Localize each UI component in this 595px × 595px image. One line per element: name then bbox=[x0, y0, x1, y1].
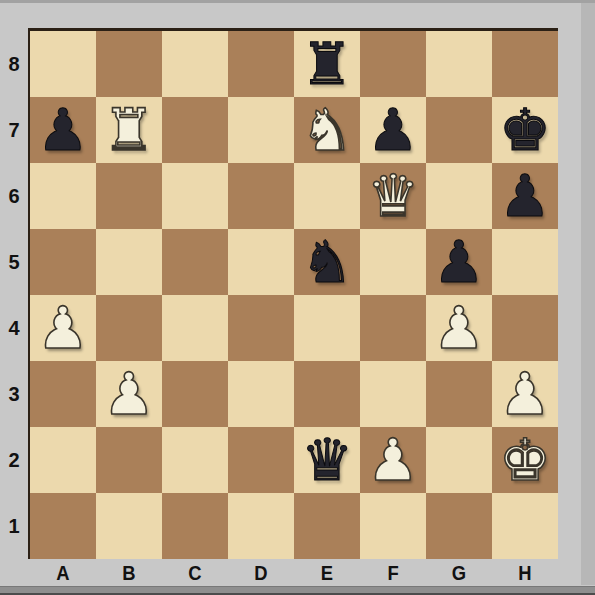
file-label-h: H bbox=[495, 558, 556, 588]
rank-label-7: 7 bbox=[0, 97, 28, 163]
rank-label-5: 5 bbox=[0, 229, 28, 295]
square-h5[interactable] bbox=[492, 229, 558, 295]
square-a6[interactable] bbox=[30, 163, 96, 229]
square-g6[interactable] bbox=[426, 163, 492, 229]
square-d3[interactable] bbox=[228, 361, 294, 427]
white-pawn[interactable]: ♟ bbox=[499, 361, 551, 427]
square-c8[interactable] bbox=[162, 31, 228, 97]
frame-top-edge bbox=[0, 0, 595, 3]
rank-label-2: 2 bbox=[0, 427, 28, 493]
file-label-e: E bbox=[297, 558, 358, 588]
file-label-d: D bbox=[231, 558, 292, 588]
square-g8[interactable] bbox=[426, 31, 492, 97]
square-e6[interactable] bbox=[294, 163, 360, 229]
file-label-g: G bbox=[429, 558, 490, 588]
square-c1[interactable] bbox=[162, 493, 228, 559]
square-d2[interactable] bbox=[228, 427, 294, 493]
white-pawn[interactable]: ♟ bbox=[37, 295, 89, 361]
black-knight[interactable]: ♞ bbox=[301, 229, 353, 295]
square-a4[interactable]: ♟ bbox=[30, 295, 96, 361]
file-label-f: F bbox=[363, 558, 424, 588]
square-d5[interactable] bbox=[228, 229, 294, 295]
square-b8[interactable] bbox=[96, 31, 162, 97]
square-c4[interactable] bbox=[162, 295, 228, 361]
square-g7[interactable] bbox=[426, 97, 492, 163]
square-f2[interactable]: ♟ bbox=[360, 427, 426, 493]
square-h2[interactable]: ♚ bbox=[492, 427, 558, 493]
square-b4[interactable] bbox=[96, 295, 162, 361]
square-a8[interactable] bbox=[30, 31, 96, 97]
black-queen[interactable]: ♛ bbox=[301, 427, 353, 493]
square-a3[interactable] bbox=[30, 361, 96, 427]
square-h6[interactable]: ♟ bbox=[492, 163, 558, 229]
white-pawn[interactable]: ♟ bbox=[433, 295, 485, 361]
square-h8[interactable] bbox=[492, 31, 558, 97]
chess-board[interactable]: ♜♟♜♞♟♚♛♟♞♟♟♟♟♟♛♟♚ bbox=[28, 28, 558, 559]
black-pawn[interactable]: ♟ bbox=[37, 97, 89, 163]
white-rook[interactable]: ♜ bbox=[103, 97, 155, 163]
square-f8[interactable] bbox=[360, 31, 426, 97]
square-c2[interactable] bbox=[162, 427, 228, 493]
square-a5[interactable] bbox=[30, 229, 96, 295]
square-f7[interactable]: ♟ bbox=[360, 97, 426, 163]
square-d1[interactable] bbox=[228, 493, 294, 559]
rank-label-4: 4 bbox=[0, 295, 28, 361]
white-knight[interactable]: ♞ bbox=[301, 97, 353, 163]
square-f6[interactable]: ♛ bbox=[360, 163, 426, 229]
white-pawn[interactable]: ♟ bbox=[367, 427, 419, 493]
square-d6[interactable] bbox=[228, 163, 294, 229]
square-a7[interactable]: ♟ bbox=[30, 97, 96, 163]
square-a2[interactable] bbox=[30, 427, 96, 493]
square-b7[interactable]: ♜ bbox=[96, 97, 162, 163]
square-b5[interactable] bbox=[96, 229, 162, 295]
file-labels: ABCDEFGH bbox=[30, 558, 558, 588]
rank-label-1: 1 bbox=[0, 493, 28, 559]
black-pawn[interactable]: ♟ bbox=[433, 229, 485, 295]
square-h7[interactable]: ♚ bbox=[492, 97, 558, 163]
square-e2[interactable]: ♛ bbox=[294, 427, 360, 493]
file-label-b: B bbox=[99, 558, 160, 588]
square-e5[interactable]: ♞ bbox=[294, 229, 360, 295]
square-a1[interactable] bbox=[30, 493, 96, 559]
file-label-a: A bbox=[33, 558, 94, 588]
square-e8[interactable]: ♜ bbox=[294, 31, 360, 97]
window-background: 87654321 ♜♟♜♞♟♚♛♟♞♟♟♟♟♟♛♟♚ ABCDEFGH bbox=[0, 0, 595, 595]
square-g1[interactable] bbox=[426, 493, 492, 559]
black-king[interactable]: ♚ bbox=[499, 97, 551, 163]
rank-labels: 87654321 bbox=[0, 31, 28, 559]
rank-label-3: 3 bbox=[0, 361, 28, 427]
square-g4[interactable]: ♟ bbox=[426, 295, 492, 361]
square-h1[interactable] bbox=[492, 493, 558, 559]
square-f3[interactable] bbox=[360, 361, 426, 427]
square-h3[interactable]: ♟ bbox=[492, 361, 558, 427]
square-g2[interactable] bbox=[426, 427, 492, 493]
square-e4[interactable] bbox=[294, 295, 360, 361]
white-pawn[interactable]: ♟ bbox=[103, 361, 155, 427]
square-e7[interactable]: ♞ bbox=[294, 97, 360, 163]
square-f4[interactable] bbox=[360, 295, 426, 361]
white-king[interactable]: ♚ bbox=[499, 427, 551, 493]
square-d7[interactable] bbox=[228, 97, 294, 163]
square-b6[interactable] bbox=[96, 163, 162, 229]
square-g3[interactable] bbox=[426, 361, 492, 427]
black-pawn[interactable]: ♟ bbox=[367, 97, 419, 163]
black-rook[interactable]: ♜ bbox=[301, 31, 353, 97]
square-b2[interactable] bbox=[96, 427, 162, 493]
file-label-c: C bbox=[165, 558, 226, 588]
square-d8[interactable] bbox=[228, 31, 294, 97]
rank-label-8: 8 bbox=[0, 31, 28, 97]
square-c3[interactable] bbox=[162, 361, 228, 427]
frame-right-edge bbox=[581, 3, 595, 585]
square-c6[interactable] bbox=[162, 163, 228, 229]
square-g5[interactable]: ♟ bbox=[426, 229, 492, 295]
white-queen[interactable]: ♛ bbox=[367, 163, 419, 229]
square-f1[interactable] bbox=[360, 493, 426, 559]
square-f5[interactable] bbox=[360, 229, 426, 295]
square-b3[interactable]: ♟ bbox=[96, 361, 162, 427]
square-c7[interactable] bbox=[162, 97, 228, 163]
rank-label-6: 6 bbox=[0, 163, 28, 229]
square-h4[interactable] bbox=[492, 295, 558, 361]
square-c5[interactable] bbox=[162, 229, 228, 295]
square-e1[interactable] bbox=[294, 493, 360, 559]
square-d4[interactable] bbox=[228, 295, 294, 361]
square-e3[interactable] bbox=[294, 361, 360, 427]
square-b1[interactable] bbox=[96, 493, 162, 559]
black-pawn[interactable]: ♟ bbox=[499, 163, 551, 229]
